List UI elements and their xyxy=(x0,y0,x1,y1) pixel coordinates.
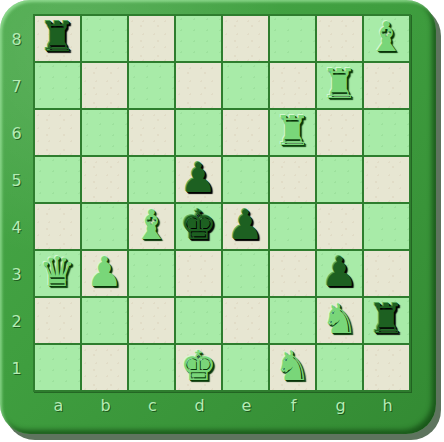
square-b3[interactable]: ♟ xyxy=(82,251,127,296)
square-a8[interactable]: ♜ xyxy=(35,16,80,61)
rank-label-3: 3 xyxy=(0,251,33,298)
file-label-c: c xyxy=(129,394,176,418)
file-labels: abcdefgh xyxy=(35,394,411,418)
rank-labels: 87654321 xyxy=(0,16,33,392)
file-label-b: b xyxy=(82,394,129,418)
square-h2[interactable]: ♜ xyxy=(364,298,409,343)
rank-label-1: 1 xyxy=(0,345,33,392)
square-a6[interactable] xyxy=(35,110,80,155)
square-e5[interactable] xyxy=(223,157,268,202)
square-g6[interactable] xyxy=(317,110,362,155)
piece-black-pawn[interactable]: ♟ xyxy=(180,156,217,201)
square-h1[interactable] xyxy=(364,345,409,390)
square-g5[interactable] xyxy=(317,157,362,202)
square-b2[interactable] xyxy=(82,298,127,343)
square-c3[interactable] xyxy=(129,251,174,296)
file-label-h: h xyxy=(364,394,411,418)
square-a7[interactable] xyxy=(35,63,80,108)
piece-white-bishop[interactable]: ♝ xyxy=(133,203,170,248)
piece-black-pawn[interactable]: ♟ xyxy=(321,250,358,295)
piece-white-rook[interactable]: ♜ xyxy=(321,62,358,107)
square-b1[interactable] xyxy=(82,345,127,390)
square-d8[interactable] xyxy=(176,16,221,61)
square-g7[interactable]: ♜ xyxy=(317,63,362,108)
square-h5[interactable] xyxy=(364,157,409,202)
file-label-e: e xyxy=(223,394,270,418)
square-f7[interactable] xyxy=(270,63,315,108)
piece-black-king[interactable]: ♚ xyxy=(180,203,217,248)
square-a5[interactable] xyxy=(35,157,80,202)
square-g8[interactable] xyxy=(317,16,362,61)
square-f1[interactable]: ♞ xyxy=(270,345,315,390)
piece-white-rook[interactable]: ♜ xyxy=(274,109,311,154)
file-label-d: d xyxy=(176,394,223,418)
square-b7[interactable] xyxy=(82,63,127,108)
square-d2[interactable] xyxy=(176,298,221,343)
square-d4[interactable]: ♚ xyxy=(176,204,221,249)
square-c5[interactable] xyxy=(129,157,174,202)
square-d5[interactable]: ♟ xyxy=(176,157,221,202)
square-b4[interactable] xyxy=(82,204,127,249)
square-f3[interactable] xyxy=(270,251,315,296)
square-d1[interactable]: ♚ xyxy=(176,345,221,390)
square-e6[interactable] xyxy=(223,110,268,155)
square-g1[interactable] xyxy=(317,345,362,390)
square-c7[interactable] xyxy=(129,63,174,108)
square-c8[interactable] xyxy=(129,16,174,61)
piece-white-king[interactable]: ♚ xyxy=(180,344,217,389)
piece-white-pawn[interactable]: ♟ xyxy=(86,250,123,295)
square-h6[interactable] xyxy=(364,110,409,155)
piece-white-queen[interactable]: ♛ xyxy=(39,250,76,295)
square-h3[interactable] xyxy=(364,251,409,296)
square-e4[interactable]: ♟ xyxy=(223,204,268,249)
square-d6[interactable] xyxy=(176,110,221,155)
square-d7[interactable] xyxy=(176,63,221,108)
square-f4[interactable] xyxy=(270,204,315,249)
square-a4[interactable] xyxy=(35,204,80,249)
square-f5[interactable] xyxy=(270,157,315,202)
rank-label-8: 8 xyxy=(0,16,33,63)
square-a2[interactable] xyxy=(35,298,80,343)
square-f8[interactable] xyxy=(270,16,315,61)
square-d3[interactable] xyxy=(176,251,221,296)
square-h8[interactable]: ♝ xyxy=(364,16,409,61)
piece-black-rook[interactable]: ♜ xyxy=(39,15,76,60)
square-b6[interactable] xyxy=(82,110,127,155)
square-c6[interactable] xyxy=(129,110,174,155)
square-e1[interactable] xyxy=(223,345,268,390)
chess-board: ♜♝♜♜♟♝♚♟♛♟♟♞♜♚♞ xyxy=(33,14,411,392)
square-g4[interactable] xyxy=(317,204,362,249)
square-e7[interactable] xyxy=(223,63,268,108)
square-c1[interactable] xyxy=(129,345,174,390)
square-b5[interactable] xyxy=(82,157,127,202)
rank-label-6: 6 xyxy=(0,110,33,157)
square-e2[interactable] xyxy=(223,298,268,343)
square-g3[interactable]: ♟ xyxy=(317,251,362,296)
square-f2[interactable] xyxy=(270,298,315,343)
piece-white-knight[interactable]: ♞ xyxy=(274,344,311,389)
file-label-g: g xyxy=(317,394,364,418)
square-e3[interactable] xyxy=(223,251,268,296)
square-h7[interactable] xyxy=(364,63,409,108)
piece-black-rook[interactable]: ♜ xyxy=(368,297,405,342)
rank-label-4: 4 xyxy=(0,204,33,251)
rank-label-2: 2 xyxy=(0,298,33,345)
square-a1[interactable] xyxy=(35,345,80,390)
square-c2[interactable] xyxy=(129,298,174,343)
square-e8[interactable] xyxy=(223,16,268,61)
square-g2[interactable]: ♞ xyxy=(317,298,362,343)
square-h4[interactable] xyxy=(364,204,409,249)
file-label-f: f xyxy=(270,394,317,418)
piece-black-pawn[interactable]: ♟ xyxy=(227,203,264,248)
file-label-a: a xyxy=(35,394,82,418)
rank-label-7: 7 xyxy=(0,63,33,110)
piece-white-knight[interactable]: ♞ xyxy=(321,297,358,342)
square-c4[interactable]: ♝ xyxy=(129,204,174,249)
square-a3[interactable]: ♛ xyxy=(35,251,80,296)
square-b8[interactable] xyxy=(82,16,127,61)
piece-white-bishop[interactable]: ♝ xyxy=(368,15,405,60)
square-f6[interactable]: ♜ xyxy=(270,110,315,155)
rank-label-5: 5 xyxy=(0,157,33,204)
